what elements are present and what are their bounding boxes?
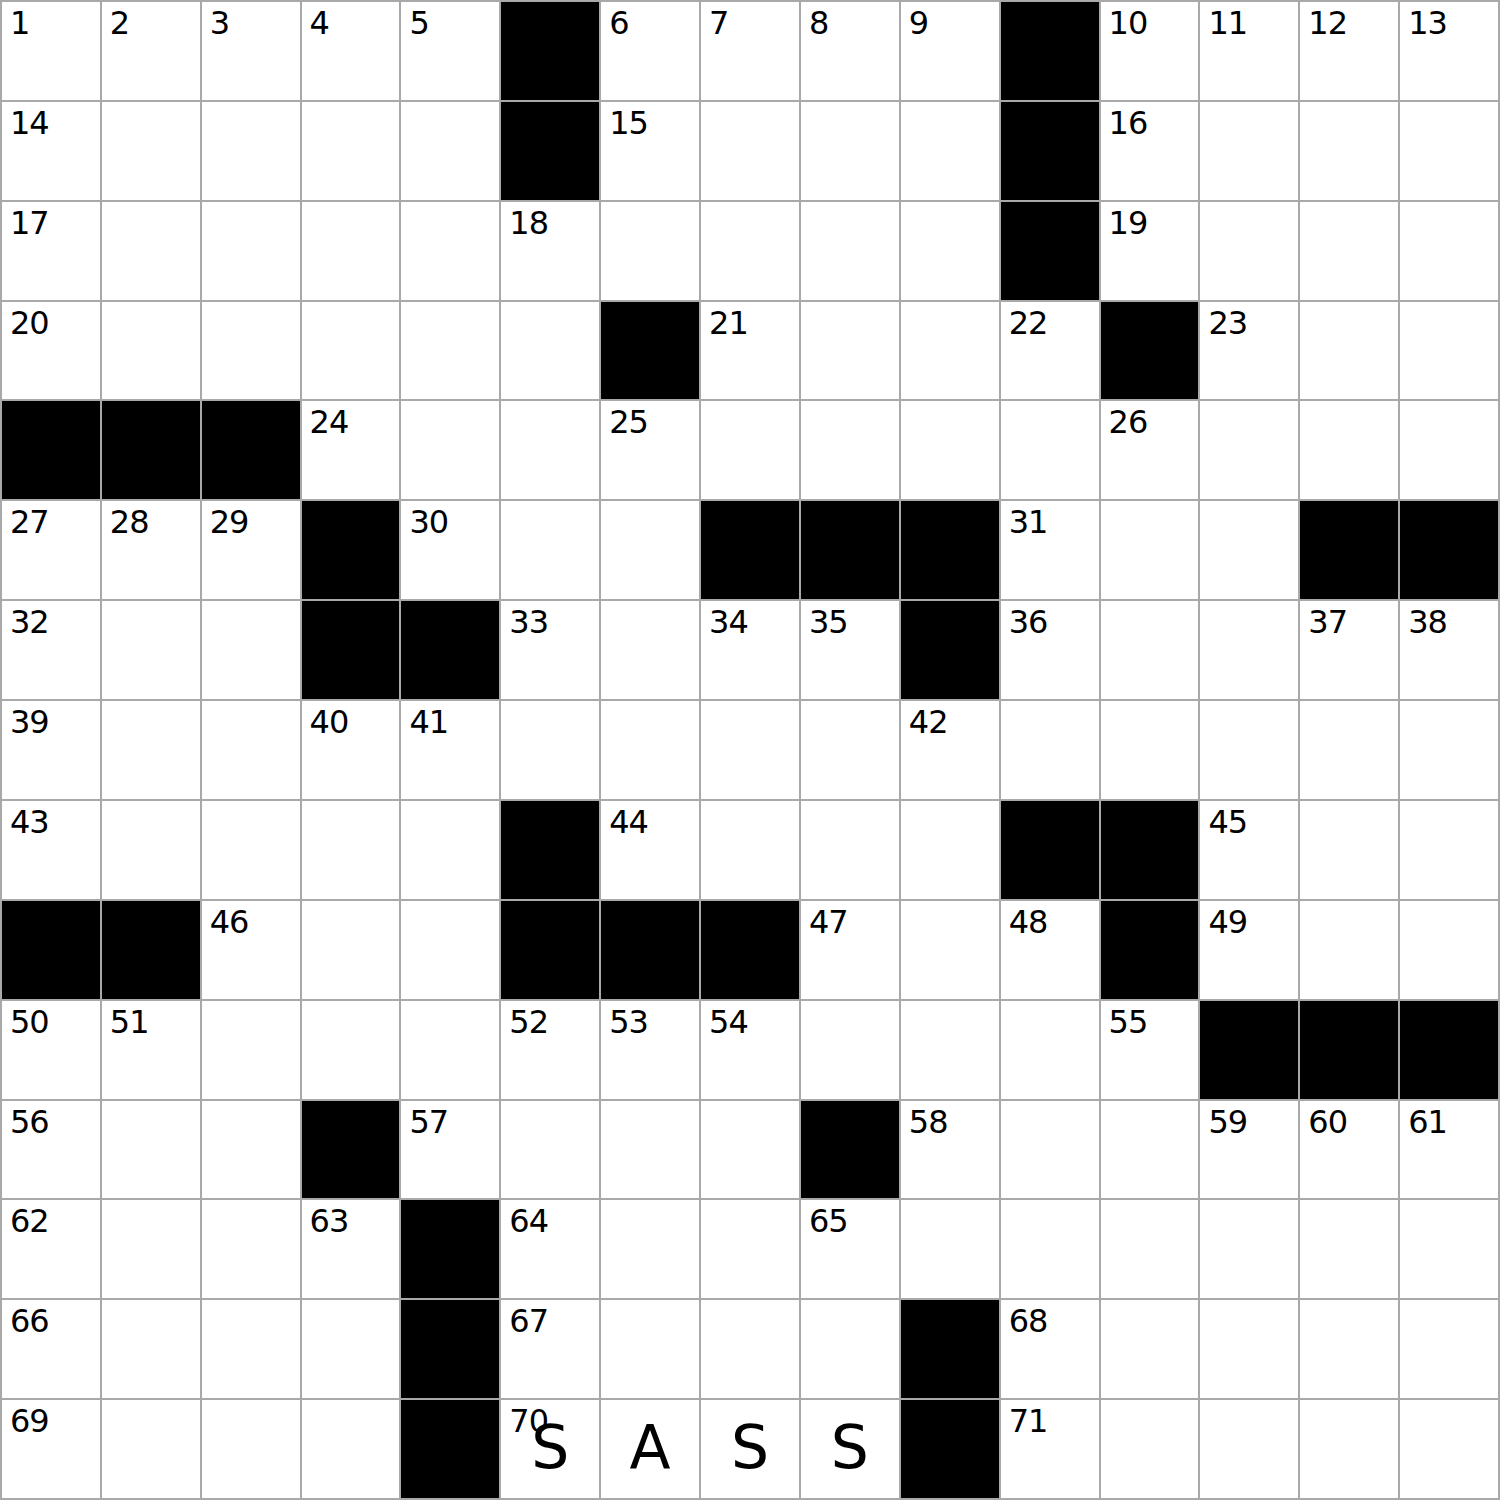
grid-cell[interactable]: [102, 1101, 200, 1199]
grid-cell[interactable]: [102, 1200, 200, 1298]
grid-cell[interactable]: 58: [901, 1101, 999, 1199]
black-cell: [1300, 1001, 1398, 1099]
clue-number: 40: [310, 706, 349, 738]
black-cell: [901, 1300, 999, 1398]
grid-cell[interactable]: [1400, 401, 1498, 499]
grid-cell[interactable]: 59: [1200, 1101, 1298, 1199]
grid-cell[interactable]: [901, 1001, 999, 1099]
grid-cell[interactable]: [801, 202, 899, 300]
black-cell: [501, 102, 599, 200]
grid-cell[interactable]: [1200, 1400, 1298, 1498]
grid-cell[interactable]: [401, 401, 499, 499]
grid-cell[interactable]: 5: [401, 2, 499, 100]
grid-cell[interactable]: [801, 102, 899, 200]
grid-cell[interactable]: [1300, 401, 1398, 499]
grid-cell[interactable]: [901, 901, 999, 999]
clue-number: 22: [1009, 307, 1048, 339]
cell-letter: S: [801, 1400, 899, 1498]
grid-cell[interactable]: 44: [601, 801, 699, 899]
grid-cell[interactable]: [202, 1400, 300, 1498]
grid-cell[interactable]: [202, 1300, 300, 1398]
grid-cell[interactable]: [401, 102, 499, 200]
grid-cell[interactable]: [601, 1300, 699, 1398]
grid-cell[interactable]: 23: [1200, 302, 1298, 400]
grid-cell[interactable]: 70S: [501, 1400, 599, 1498]
clue-number: 32: [10, 606, 49, 638]
grid-cell[interactable]: 22: [1001, 302, 1099, 400]
clue-number: 23: [1208, 307, 1247, 339]
grid-cell[interactable]: 68: [1001, 1300, 1099, 1398]
grid-cell[interactable]: [1101, 1300, 1199, 1398]
clue-number: 26: [1109, 406, 1148, 438]
grid-cell[interactable]: 61: [1400, 1101, 1498, 1199]
clue-number: 69: [10, 1405, 49, 1437]
clue-number: 49: [1208, 906, 1247, 938]
grid-cell[interactable]: [1001, 401, 1099, 499]
black-cell: [302, 501, 400, 599]
grid-cell[interactable]: [102, 1400, 200, 1498]
grid-cell[interactable]: 54: [701, 1001, 799, 1099]
grid-cell[interactable]: [501, 501, 599, 599]
clue-number: 6: [609, 7, 628, 39]
clue-number: 38: [1408, 606, 1447, 638]
black-cell: [601, 302, 699, 400]
grid-cell[interactable]: [1101, 701, 1199, 799]
grid-cell[interactable]: S: [701, 1400, 799, 1498]
clue-number: 25: [609, 406, 648, 438]
black-cell: [901, 501, 999, 599]
black-cell: [501, 2, 599, 100]
clue-number: 53: [609, 1006, 648, 1038]
black-cell: [1300, 501, 1398, 599]
black-cell: [901, 601, 999, 699]
grid-cell[interactable]: 56: [2, 1101, 100, 1199]
grid-cell[interactable]: [102, 302, 200, 400]
clue-number: 1: [10, 7, 29, 39]
black-cell: [1001, 102, 1099, 200]
clue-number: 7: [709, 7, 728, 39]
clue-number: 50: [10, 1006, 49, 1038]
grid-cell[interactable]: [1200, 1200, 1298, 1298]
grid-cell[interactable]: 67: [501, 1300, 599, 1398]
grid-cell[interactable]: 49: [1200, 901, 1298, 999]
clue-number: 63: [310, 1205, 349, 1237]
clue-number: 18: [509, 207, 548, 239]
grid-cell[interactable]: [801, 401, 899, 499]
grid-cell[interactable]: [202, 1001, 300, 1099]
grid-cell[interactable]: 8: [801, 2, 899, 100]
grid-cell[interactable]: 45: [1200, 801, 1298, 899]
grid-cell[interactable]: [701, 202, 799, 300]
grid-cell[interactable]: 13: [1400, 2, 1498, 100]
black-cell: [1101, 801, 1199, 899]
clue-number: 4: [310, 7, 329, 39]
black-cell: [501, 801, 599, 899]
grid-cell[interactable]: [601, 1200, 699, 1298]
grid-cell[interactable]: 17: [2, 202, 100, 300]
grid-cell[interactable]: 42: [901, 701, 999, 799]
grid-cell[interactable]: [102, 1300, 200, 1398]
grid-cell[interactable]: 38: [1400, 601, 1498, 699]
grid-cell[interactable]: [102, 801, 200, 899]
grid-cell[interactable]: 14: [2, 102, 100, 200]
grid-cell[interactable]: 40: [302, 701, 400, 799]
clue-number: 30: [409, 506, 448, 538]
black-cell: [1200, 1001, 1298, 1099]
black-cell: [701, 501, 799, 599]
grid-cell[interactable]: 20: [2, 302, 100, 400]
clue-number: 59: [1208, 1106, 1247, 1138]
grid-cell[interactable]: [202, 601, 300, 699]
grid-cell[interactable]: 2: [102, 2, 200, 100]
grid-cell[interactable]: 15: [601, 102, 699, 200]
grid-cell[interactable]: [601, 1101, 699, 1199]
clue-number: 2: [110, 7, 129, 39]
grid-cell[interactable]: [701, 1300, 799, 1398]
clue-number: 68: [1009, 1305, 1048, 1337]
grid-cell[interactable]: [1300, 102, 1398, 200]
black-cell: [501, 901, 599, 999]
grid-cell[interactable]: [1001, 701, 1099, 799]
grid-cell[interactable]: 50: [2, 1001, 100, 1099]
grid-cell[interactable]: 33: [501, 601, 599, 699]
clue-number: 41: [409, 706, 448, 738]
clue-number: 46: [210, 906, 249, 938]
clue-number: 56: [10, 1106, 49, 1138]
black-cell: [1400, 501, 1498, 599]
cell-letter: S: [701, 1400, 799, 1498]
grid-cell[interactable]: S: [801, 1400, 899, 1498]
grid-cell[interactable]: [801, 1001, 899, 1099]
clue-number: 5: [409, 7, 428, 39]
black-cell: [2, 401, 100, 499]
grid-cell[interactable]: [901, 801, 999, 899]
black-cell: [302, 1101, 400, 1199]
black-cell: [901, 1400, 999, 1498]
grid-cell[interactable]: 29: [202, 501, 300, 599]
grid-cell[interactable]: 32: [2, 601, 100, 699]
clue-number: 35: [809, 606, 848, 638]
grid-cell[interactable]: [701, 1101, 799, 1199]
grid-cell[interactable]: 27: [2, 501, 100, 599]
black-cell: [401, 1400, 499, 1498]
grid-cell[interactable]: 34: [701, 601, 799, 699]
clue-number: 13: [1408, 7, 1447, 39]
grid-cell[interactable]: [1300, 1400, 1398, 1498]
grid-cell[interactable]: [701, 401, 799, 499]
grid-cell[interactable]: 46: [202, 901, 300, 999]
grid-cell[interactable]: [601, 701, 699, 799]
clue-number: 55: [1109, 1006, 1148, 1038]
grid-cell[interactable]: [801, 302, 899, 400]
grid-cell[interactable]: 16: [1101, 102, 1199, 200]
black-cell: [302, 601, 400, 699]
clue-number: 37: [1308, 606, 1347, 638]
grid-cell[interactable]: [1400, 801, 1498, 899]
grid-cell[interactable]: [1101, 501, 1199, 599]
black-cell: [1001, 202, 1099, 300]
grid-cell[interactable]: [501, 302, 599, 400]
grid-cell[interactable]: [302, 901, 400, 999]
black-cell: [2, 901, 100, 999]
cell-letter: A: [601, 1400, 699, 1498]
grid-cell[interactable]: [1300, 801, 1398, 899]
grid-cell[interactable]: 64: [501, 1200, 599, 1298]
grid-cell[interactable]: 69: [2, 1400, 100, 1498]
black-cell: [701, 901, 799, 999]
grid-cell[interactable]: 39: [2, 701, 100, 799]
black-cell: [102, 901, 200, 999]
grid-cell[interactable]: [401, 202, 499, 300]
grid-cell[interactable]: [1200, 501, 1298, 599]
grid-cell[interactable]: [302, 302, 400, 400]
grid-cell[interactable]: [302, 202, 400, 300]
grid-cell[interactable]: [401, 801, 499, 899]
grid-cell[interactable]: [1200, 401, 1298, 499]
grid-cell[interactable]: [1300, 202, 1398, 300]
grid-cell[interactable]: [202, 302, 300, 400]
grid-cell[interactable]: [1101, 1101, 1199, 1199]
grid-cell[interactable]: [202, 701, 300, 799]
clue-number: 20: [10, 307, 49, 339]
grid-cell[interactable]: [801, 701, 899, 799]
grid-cell[interactable]: [601, 501, 699, 599]
grid-cell[interactable]: [1300, 901, 1398, 999]
clue-number: 58: [909, 1106, 948, 1138]
grid-cell[interactable]: [102, 601, 200, 699]
clue-number: 51: [110, 1006, 149, 1038]
grid-cell[interactable]: [1200, 701, 1298, 799]
grid-cell[interactable]: 66: [2, 1300, 100, 1398]
clue-number: 60: [1308, 1106, 1347, 1138]
grid-cell[interactable]: 25: [601, 401, 699, 499]
grid-cell[interactable]: [302, 1300, 400, 1398]
cell-letter: S: [501, 1400, 599, 1498]
clue-number: 24: [310, 406, 349, 438]
grid-cell[interactable]: 6: [601, 2, 699, 100]
grid-cell[interactable]: 7: [701, 2, 799, 100]
black-cell: [801, 1101, 899, 1199]
grid-cell[interactable]: 12: [1300, 2, 1398, 100]
grid-cell[interactable]: [1200, 601, 1298, 699]
clue-number: 39: [10, 706, 49, 738]
grid-cell[interactable]: [1300, 1200, 1398, 1298]
grid-cell[interactable]: 41: [401, 701, 499, 799]
grid-cell[interactable]: [1400, 1300, 1498, 1398]
grid-cell[interactable]: 51: [102, 1001, 200, 1099]
black-cell: [1001, 801, 1099, 899]
crossword-board: 1234567891011121314151617181920212223242…: [0, 0, 1500, 1500]
grid-cell[interactable]: [401, 1001, 499, 1099]
grid-cell[interactable]: [701, 102, 799, 200]
grid-cell[interactable]: [701, 1200, 799, 1298]
clue-number: 52: [509, 1006, 548, 1038]
clue-number: 34: [709, 606, 748, 638]
grid-cell[interactable]: 37: [1300, 601, 1398, 699]
clue-number: 9: [909, 7, 928, 39]
grid-cell[interactable]: 1: [2, 2, 100, 100]
black-cell: [1400, 1001, 1498, 1099]
grid-cell[interactable]: [801, 1300, 899, 1398]
clue-number: 29: [210, 506, 249, 538]
clue-number: 21: [709, 307, 748, 339]
grid-cell[interactable]: [1101, 601, 1199, 699]
grid-cell[interactable]: [901, 202, 999, 300]
grid-cell[interactable]: [1101, 1200, 1199, 1298]
grid-cell[interactable]: 57: [401, 1101, 499, 1199]
black-cell: [1101, 302, 1199, 400]
grid-cell[interactable]: [1300, 1300, 1398, 1398]
grid-cell[interactable]: 55: [1101, 1001, 1199, 1099]
grid-cell[interactable]: 19: [1101, 202, 1199, 300]
black-cell: [202, 401, 300, 499]
grid-cell[interactable]: [202, 801, 300, 899]
grid-cell[interactable]: [1300, 302, 1398, 400]
grid-cell[interactable]: 63: [302, 1200, 400, 1298]
grid-cell[interactable]: 35: [801, 601, 899, 699]
grid-cell[interactable]: 36: [1001, 601, 1099, 699]
clue-number: 8: [809, 7, 828, 39]
clue-number: 45: [1208, 806, 1247, 838]
clue-number: 15: [609, 107, 648, 139]
clue-number: 14: [10, 107, 49, 139]
black-cell: [102, 401, 200, 499]
grid-cell[interactable]: [501, 401, 599, 499]
grid-cell[interactable]: 48: [1001, 901, 1099, 999]
grid-cell[interactable]: 21: [701, 302, 799, 400]
clue-number: 17: [10, 207, 49, 239]
grid-cell[interactable]: 24: [302, 401, 400, 499]
clue-number: 12: [1308, 7, 1347, 39]
grid-cell[interactable]: 4: [302, 2, 400, 100]
clue-number: 54: [709, 1006, 748, 1038]
grid-cell[interactable]: [601, 601, 699, 699]
grid-cell[interactable]: 31: [1001, 501, 1099, 599]
grid-cell[interactable]: [1001, 1200, 1099, 1298]
grid-cell[interactable]: [1400, 901, 1498, 999]
grid-cell[interactable]: 26: [1101, 401, 1199, 499]
grid-cell[interactable]: [1400, 202, 1498, 300]
clue-number: 16: [1109, 107, 1148, 139]
grid-cell[interactable]: 30: [401, 501, 499, 599]
clue-number: 65: [809, 1205, 848, 1237]
grid-cell[interactable]: 3: [202, 2, 300, 100]
grid-cell[interactable]: [102, 701, 200, 799]
grid-cell[interactable]: [1101, 1400, 1199, 1498]
grid-cell[interactable]: 60: [1300, 1101, 1398, 1199]
grid-cell[interactable]: [901, 302, 999, 400]
clue-number: 3: [210, 7, 229, 39]
grid-cell[interactable]: [1400, 302, 1498, 400]
grid-cell[interactable]: [401, 901, 499, 999]
grid-cell[interactable]: 11: [1200, 2, 1298, 100]
grid-cell[interactable]: [701, 701, 799, 799]
grid-cell[interactable]: [801, 801, 899, 899]
grid-cell[interactable]: 71: [1001, 1400, 1099, 1498]
grid-cell[interactable]: [102, 102, 200, 200]
black-cell: [401, 1200, 499, 1298]
grid-cell[interactable]: 9: [901, 2, 999, 100]
clue-number: 64: [509, 1205, 548, 1237]
grid-cell[interactable]: [901, 1200, 999, 1298]
grid-cell[interactable]: [501, 1101, 599, 1199]
clue-number: 71: [1009, 1405, 1048, 1437]
clue-number: 66: [10, 1305, 49, 1337]
black-cell: [1001, 2, 1099, 100]
clue-number: 28: [110, 506, 149, 538]
grid-cell[interactable]: [202, 102, 300, 200]
grid-cell[interactable]: [1001, 1101, 1099, 1199]
grid-cell[interactable]: 53: [601, 1001, 699, 1099]
grid-cell[interactable]: [701, 801, 799, 899]
clue-number: 33: [509, 606, 548, 638]
clue-number: 10: [1109, 7, 1148, 39]
grid-cell[interactable]: 47: [801, 901, 899, 999]
black-cell: [1101, 901, 1199, 999]
clue-number: 43: [10, 806, 49, 838]
clue-number: 19: [1109, 207, 1148, 239]
grid-cell[interactable]: [1200, 102, 1298, 200]
grid-cell[interactable]: [1200, 1300, 1298, 1398]
black-cell: [401, 601, 499, 699]
grid-cell[interactable]: [302, 102, 400, 200]
grid-cell[interactable]: [1200, 202, 1298, 300]
black-cell: [401, 1300, 499, 1398]
grid-cell[interactable]: [1400, 701, 1498, 799]
grid-cell[interactable]: [1400, 1400, 1498, 1498]
clue-number: 61: [1408, 1106, 1447, 1138]
clue-number: 36: [1009, 606, 1048, 638]
grid-cell[interactable]: [202, 1101, 300, 1199]
grid-cell[interactable]: 65: [801, 1200, 899, 1298]
grid-cell[interactable]: 43: [2, 801, 100, 899]
clue-number: 11: [1208, 7, 1247, 39]
clue-number: 27: [10, 506, 49, 538]
grid-cell[interactable]: 28: [102, 501, 200, 599]
clue-number: 67: [509, 1305, 548, 1337]
grid-cell[interactable]: 10: [1101, 2, 1199, 100]
grid-cell[interactable]: [102, 202, 200, 300]
grid-cell[interactable]: [1300, 701, 1398, 799]
grid-cell[interactable]: [901, 401, 999, 499]
grid-cell[interactable]: [401, 302, 499, 400]
grid-cell[interactable]: [302, 1001, 400, 1099]
grid-cell[interactable]: [1400, 102, 1498, 200]
grid-cell[interactable]: [1001, 1001, 1099, 1099]
grid-cell[interactable]: 52: [501, 1001, 599, 1099]
clue-number: 42: [909, 706, 948, 738]
grid-cell[interactable]: [1400, 1200, 1498, 1298]
grid-cell[interactable]: A: [601, 1400, 699, 1498]
clue-number: 57: [409, 1106, 448, 1138]
clue-number: 48: [1009, 906, 1048, 938]
clue-number: 47: [809, 906, 848, 938]
black-cell: [601, 901, 699, 999]
clue-number: 62: [10, 1205, 49, 1237]
grid-cell[interactable]: [302, 801, 400, 899]
grid-cell[interactable]: 62: [2, 1200, 100, 1298]
clue-number: 31: [1009, 506, 1048, 538]
grid-cell[interactable]: [202, 202, 300, 300]
grid-cell[interactable]: [202, 1200, 300, 1298]
grid-cell[interactable]: 18: [501, 202, 599, 300]
grid-cell[interactable]: [501, 701, 599, 799]
clue-number: 44: [609, 806, 648, 838]
grid-cell[interactable]: [302, 1400, 400, 1498]
grid-cell[interactable]: [901, 102, 999, 200]
black-cell: [801, 501, 899, 599]
grid-cell[interactable]: [601, 202, 699, 300]
